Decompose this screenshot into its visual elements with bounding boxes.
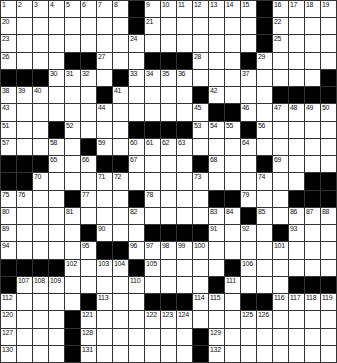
cell-r15c12[interactable]: 99 [177, 242, 192, 258]
cell-r19c12[interactable]: 124 [177, 311, 192, 327]
cell-r3c6[interactable] [81, 35, 96, 51]
cell-r17c18[interactable] [273, 277, 288, 293]
cell-r19c19[interactable] [289, 311, 304, 327]
cell-r14c16[interactable]: 92 [241, 225, 256, 241]
cell-r20c20[interactable] [305, 329, 320, 345]
cell-r15c15[interactable] [225, 242, 240, 258]
cell-r19c18[interactable] [273, 311, 288, 327]
cell-r11c4[interactable] [49, 173, 64, 189]
cell-r5c6[interactable]: 32 [81, 70, 96, 86]
cell-r21c7[interactable] [97, 346, 112, 362]
cell-r15c10[interactable]: 97 [145, 242, 160, 258]
cell-r19c17[interactable]: 126 [257, 311, 272, 327]
cell-r1c19[interactable]: 17 [289, 1, 304, 17]
cell-r3c9[interactable]: 24 [129, 35, 144, 51]
cell-r14c21[interactable] [321, 225, 336, 241]
cell-r7c16[interactable]: 46 [241, 104, 256, 120]
cell-r7c18[interactable]: 47 [273, 104, 288, 120]
cell-r6c10[interactable] [145, 87, 160, 103]
cell-r1c3[interactable]: 3 [33, 1, 48, 17]
cell-r9c13[interactable] [193, 139, 208, 155]
cell-r4c3[interactable] [33, 53, 48, 69]
cell-r5c19[interactable] [289, 70, 304, 86]
cell-r19c14[interactable] [209, 311, 224, 327]
cell-r11c14[interactable] [209, 173, 224, 189]
cell-r20c9[interactable] [129, 329, 144, 345]
cell-r2c12[interactable] [177, 18, 192, 34]
cell-r12c1[interactable]: 75 [1, 191, 16, 207]
cell-r9c9[interactable]: 60 [129, 139, 144, 155]
cell-r1c1[interactable]: 1 [1, 1, 16, 17]
cell-r6c14[interactable]: 42 [209, 87, 224, 103]
cell-r12c10[interactable]: 78 [145, 191, 160, 207]
cell-r11c13[interactable]: 73 [193, 173, 208, 189]
cell-r13c14[interactable]: 83 [209, 208, 224, 224]
cell-r9c8[interactable] [113, 139, 128, 155]
cell-r9c14[interactable] [209, 139, 224, 155]
cell-r20c12[interactable] [177, 329, 192, 345]
cell-r12c4[interactable] [49, 191, 64, 207]
cell-r7c17[interactable] [257, 104, 272, 120]
cell-r21c15[interactable] [225, 346, 240, 362]
cell-r16c17[interactable] [257, 260, 272, 276]
cell-r19c10[interactable]: 122 [145, 311, 160, 327]
cell-r15c4[interactable] [49, 242, 64, 258]
cell-r21c3[interactable] [33, 346, 48, 362]
cell-r2c10[interactable]: 21 [145, 18, 160, 34]
cell-r16c5[interactable]: 102 [65, 260, 80, 276]
cell-r20c18[interactable] [273, 329, 288, 345]
cell-r7c12[interactable] [177, 104, 192, 120]
cell-r20c17[interactable] [257, 329, 272, 345]
cell-r11c16[interactable] [241, 173, 256, 189]
cell-r8c2[interactable] [17, 122, 32, 138]
cell-r1c13[interactable]: 12 [193, 1, 208, 17]
cell-r13c20[interactable]: 87 [305, 208, 320, 224]
cell-r21c8[interactable] [113, 346, 128, 362]
cell-r20c11[interactable] [161, 329, 176, 345]
cell-r21c10[interactable] [145, 346, 160, 362]
cell-r2c6[interactable] [81, 18, 96, 34]
cell-r14c1[interactable]: 89 [1, 225, 16, 241]
cell-r4c15[interactable] [225, 53, 240, 69]
cell-r10c10[interactable] [145, 156, 160, 172]
cell-r21c19[interactable] [289, 346, 304, 362]
cell-r12c12[interactable] [177, 191, 192, 207]
cell-r18c4[interactable] [49, 294, 64, 310]
cell-r8c8[interactable] [113, 122, 128, 138]
cell-r18c8[interactable] [113, 294, 128, 310]
cell-r13c9[interactable]: 82 [129, 208, 144, 224]
cell-r3c4[interactable] [49, 35, 64, 51]
cell-r11c19[interactable] [289, 173, 304, 189]
cell-r8c1[interactable]: 51 [1, 122, 16, 138]
cell-r6c2[interactable]: 39 [17, 87, 32, 103]
cell-r20c7[interactable] [97, 329, 112, 345]
cell-r11c7[interactable]: 71 [97, 173, 112, 189]
cell-r18c13[interactable]: 114 [193, 294, 208, 310]
cell-r19c15[interactable] [225, 311, 240, 327]
cell-r17c8[interactable] [113, 277, 128, 293]
cell-r16c14[interactable] [209, 260, 224, 276]
cell-r10c6[interactable]: 66 [81, 156, 96, 172]
cell-r13c1[interactable]: 80 [1, 208, 16, 224]
cell-r13c5[interactable]: 81 [65, 208, 80, 224]
cell-r18c20[interactable]: 118 [305, 294, 320, 310]
cell-r15c18[interactable]: 101 [273, 242, 288, 258]
cell-r6c5[interactable] [65, 87, 80, 103]
cell-r19c16[interactable]: 125 [241, 311, 256, 327]
cell-r18c3[interactable] [33, 294, 48, 310]
cell-r6c15[interactable] [225, 87, 240, 103]
cell-r10c19[interactable] [289, 156, 304, 172]
cell-r15c3[interactable] [33, 242, 48, 258]
cell-r3c20[interactable] [305, 35, 320, 51]
cell-r1c11[interactable]: 10 [161, 1, 176, 17]
cell-r5c17[interactable] [257, 70, 272, 86]
cell-r2c19[interactable] [289, 18, 304, 34]
cell-r4c2[interactable] [17, 53, 32, 69]
cell-r1c16[interactable]: 15 [241, 1, 256, 17]
cell-r19c1[interactable]: 120 [1, 311, 16, 327]
cell-r2c5[interactable] [65, 18, 80, 34]
cell-r5c11[interactable]: 35 [161, 70, 176, 86]
cell-r15c16[interactable] [241, 242, 256, 258]
cell-r10c20[interactable] [305, 156, 320, 172]
cell-r16c18[interactable] [273, 260, 288, 276]
cell-r14c2[interactable] [17, 225, 32, 241]
cell-r13c3[interactable] [33, 208, 48, 224]
cell-r7c1[interactable]: 43 [1, 104, 16, 120]
cell-r11c3[interactable]: 70 [33, 173, 48, 189]
cell-r8c15[interactable]: 55 [225, 122, 240, 138]
cell-r14c3[interactable] [33, 225, 48, 241]
cell-r10c11[interactable] [161, 156, 176, 172]
cell-r3c11[interactable] [161, 35, 176, 51]
cell-r1c20[interactable]: 18 [305, 1, 320, 17]
cell-r2c18[interactable]: 22 [273, 18, 288, 34]
cell-r19c6[interactable]: 121 [81, 311, 96, 327]
cell-r15c1[interactable]: 94 [1, 242, 16, 258]
cell-r18c18[interactable]: 116 [273, 294, 288, 310]
cell-r16c8[interactable]: 104 [113, 260, 128, 276]
cell-r7c19[interactable]: 48 [289, 104, 304, 120]
cell-r11c5[interactable] [65, 173, 80, 189]
cell-r2c3[interactable] [33, 18, 48, 34]
cell-r3c13[interactable] [193, 35, 208, 51]
cell-r10c5[interactable] [65, 156, 80, 172]
cell-r6c6[interactable] [81, 87, 96, 103]
cell-r13c21[interactable]: 88 [321, 208, 336, 224]
cell-r2c16[interactable] [241, 18, 256, 34]
cell-r17c16[interactable] [241, 277, 256, 293]
cell-r10c14[interactable]: 68 [209, 156, 224, 172]
cell-r10c4[interactable]: 65 [49, 156, 64, 172]
cell-r15c5[interactable] [65, 242, 80, 258]
cell-r2c21[interactable] [321, 18, 336, 34]
cell-r16c6[interactable] [81, 260, 96, 276]
cell-r4c18[interactable] [273, 53, 288, 69]
cell-r12c18[interactable] [273, 191, 288, 207]
cell-r21c20[interactable] [305, 346, 320, 362]
cell-r13c8[interactable] [113, 208, 128, 224]
cell-r11c10[interactable] [145, 173, 160, 189]
cell-r1c15[interactable]: 14 [225, 1, 240, 17]
cell-r1c18[interactable]: 16 [273, 1, 288, 17]
cell-r5c18[interactable] [273, 70, 288, 86]
cell-r4c8[interactable] [113, 53, 128, 69]
cell-r2c7[interactable] [97, 18, 112, 34]
cell-r13c6[interactable] [81, 208, 96, 224]
cell-r1c10[interactable]: 9 [145, 1, 160, 17]
cell-r6c3[interactable]: 40 [33, 87, 48, 103]
cell-r7c10[interactable] [145, 104, 160, 120]
cell-r9c21[interactable] [321, 139, 336, 155]
cell-r21c16[interactable] [241, 346, 256, 362]
cell-r1c12[interactable]: 11 [177, 1, 192, 17]
cell-r7c11[interactable] [161, 104, 176, 120]
cell-r17c10[interactable] [145, 277, 160, 293]
cell-r18c1[interactable]: 112 [1, 294, 16, 310]
cell-r19c13[interactable] [193, 311, 208, 327]
cell-r5c20[interactable] [305, 70, 320, 86]
cell-r3c7[interactable] [97, 35, 112, 51]
cell-r6c17[interactable] [257, 87, 272, 103]
cell-r11c8[interactable]: 72 [113, 173, 128, 189]
cell-r19c20[interactable] [305, 311, 320, 327]
cell-r21c21[interactable] [321, 346, 336, 362]
cell-r17c4[interactable]: 109 [49, 277, 64, 293]
cell-r13c11[interactable] [161, 208, 176, 224]
cell-r13c19[interactable]: 86 [289, 208, 304, 224]
cell-r12c2[interactable]: 76 [17, 191, 32, 207]
cell-r4c17[interactable]: 29 [257, 53, 272, 69]
cell-r13c15[interactable]: 84 [225, 208, 240, 224]
cell-r6c8[interactable]: 41 [113, 87, 128, 103]
cell-r2c2[interactable] [17, 18, 32, 34]
cell-r14c14[interactable]: 91 [209, 225, 224, 241]
cell-r21c11[interactable] [161, 346, 176, 362]
cell-r3c18[interactable]: 25 [273, 35, 288, 51]
cell-r6c12[interactable] [177, 87, 192, 103]
cell-r19c21[interactable] [321, 311, 336, 327]
cell-r19c11[interactable]: 123 [161, 311, 176, 327]
cell-r2c11[interactable] [161, 18, 176, 34]
cell-r11c17[interactable]: 74 [257, 173, 272, 189]
cell-r9c7[interactable]: 59 [97, 139, 112, 155]
cell-r9c19[interactable] [289, 139, 304, 155]
cell-r3c19[interactable] [289, 35, 304, 51]
cell-r18c21[interactable]: 119 [321, 294, 336, 310]
cell-r17c7[interactable] [97, 277, 112, 293]
cell-r14c8[interactable] [113, 225, 128, 241]
cell-r20c1[interactable]: 127 [1, 329, 16, 345]
cell-r20c2[interactable] [17, 329, 32, 345]
cell-r13c2[interactable] [17, 208, 32, 224]
cell-r14c19[interactable]: 93 [289, 225, 304, 241]
cell-r6c1[interactable]: 38 [1, 87, 16, 103]
cell-r7c9[interactable] [129, 104, 144, 120]
cell-r13c12[interactable] [177, 208, 192, 224]
cell-r10c12[interactable] [177, 156, 192, 172]
cell-r18c19[interactable]: 117 [289, 294, 304, 310]
cell-r15c19[interactable] [289, 242, 304, 258]
cell-r4c7[interactable]: 27 [97, 53, 112, 69]
cell-r21c6[interactable]: 131 [81, 346, 96, 362]
cell-r16c20[interactable] [305, 260, 320, 276]
cell-r12c16[interactable]: 79 [241, 191, 256, 207]
cell-r17c5[interactable] [65, 277, 80, 293]
cell-r9c15[interactable] [225, 139, 240, 155]
cell-r6c11[interactable] [161, 87, 176, 103]
cell-r4c14[interactable] [209, 53, 224, 69]
cell-r9c1[interactable]: 57 [1, 139, 16, 155]
cell-r15c2[interactable] [17, 242, 32, 258]
cell-r9c2[interactable] [17, 139, 32, 155]
cell-r14c4[interactable] [49, 225, 64, 241]
cell-r16c16[interactable]: 106 [241, 260, 256, 276]
cell-r10c21[interactable] [321, 156, 336, 172]
cell-r5c10[interactable]: 34 [145, 70, 160, 86]
cell-r13c17[interactable]: 85 [257, 208, 272, 224]
cell-r7c20[interactable]: 49 [305, 104, 320, 120]
cell-r12c3[interactable] [33, 191, 48, 207]
cell-r1c8[interactable]: 8 [113, 1, 128, 17]
cell-r21c9[interactable] [129, 346, 144, 362]
cell-r8c17[interactable]: 56 [257, 122, 272, 138]
cell-r11c9[interactable] [129, 173, 144, 189]
cell-r5c7[interactable] [97, 70, 112, 86]
cell-r4c20[interactable] [305, 53, 320, 69]
cell-r21c4[interactable] [49, 346, 64, 362]
cell-r19c4[interactable] [49, 311, 64, 327]
cell-r15c21[interactable] [321, 242, 336, 258]
cell-r20c6[interactable]: 128 [81, 329, 96, 345]
cell-r15c9[interactable]: 96 [129, 242, 144, 258]
cell-r16c19[interactable] [289, 260, 304, 276]
cell-r14c17[interactable] [257, 225, 272, 241]
cell-r8c7[interactable] [97, 122, 112, 138]
cell-r14c9[interactable] [129, 225, 144, 241]
cell-r1c14[interactable]: 13 [209, 1, 224, 17]
cell-r13c13[interactable] [193, 208, 208, 224]
cell-r7c4[interactable] [49, 104, 64, 120]
cell-r9c17[interactable] [257, 139, 272, 155]
cell-r5c13[interactable] [193, 70, 208, 86]
cell-r18c9[interactable] [129, 294, 144, 310]
cell-r1c5[interactable]: 5 [65, 1, 80, 17]
cell-r5c14[interactable] [209, 70, 224, 86]
cell-r14c20[interactable] [305, 225, 320, 241]
cell-r8c18[interactable] [273, 122, 288, 138]
cell-r10c9[interactable]: 67 [129, 156, 144, 172]
cell-r14c7[interactable]: 90 [97, 225, 112, 241]
cell-r3c10[interactable] [145, 35, 160, 51]
cell-r13c18[interactable] [273, 208, 288, 224]
cell-r2c15[interactable] [225, 18, 240, 34]
cell-r19c2[interactable] [17, 311, 32, 327]
cell-r6c9[interactable] [129, 87, 144, 103]
cell-r17c13[interactable] [193, 277, 208, 293]
cell-r4c19[interactable] [289, 53, 304, 69]
cell-r4c1[interactable]: 26 [1, 53, 16, 69]
cell-r3c3[interactable] [33, 35, 48, 51]
cell-r21c2[interactable] [17, 346, 32, 362]
cell-r21c12[interactable] [177, 346, 192, 362]
cell-r8c6[interactable] [81, 122, 96, 138]
cell-r20c14[interactable]: 129 [209, 329, 224, 345]
cell-r9c3[interactable] [33, 139, 48, 155]
cell-r11c15[interactable] [225, 173, 240, 189]
cell-r2c13[interactable] [193, 18, 208, 34]
cell-r11c6[interactable] [81, 173, 96, 189]
cell-r5c4[interactable]: 30 [49, 70, 64, 86]
cell-r4c9[interactable] [129, 53, 144, 69]
cell-r20c16[interactable] [241, 329, 256, 345]
cell-r21c14[interactable]: 132 [209, 346, 224, 362]
cell-r20c21[interactable] [321, 329, 336, 345]
cell-r7c8[interactable] [113, 104, 128, 120]
cell-r3c8[interactable] [113, 35, 128, 51]
cell-r17c2[interactable]: 107 [17, 277, 32, 293]
cell-r20c4[interactable] [49, 329, 64, 345]
cell-r18c15[interactable] [225, 294, 240, 310]
cell-r17c15[interactable]: 111 [225, 277, 240, 293]
cell-r15c17[interactable] [257, 242, 272, 258]
cell-r16c10[interactable]: 105 [145, 260, 160, 276]
cell-r7c21[interactable]: 50 [321, 104, 336, 120]
cell-r15c14[interactable] [209, 242, 224, 258]
cell-r7c3[interactable] [33, 104, 48, 120]
cell-r16c11[interactable] [161, 260, 176, 276]
cell-r4c4[interactable] [49, 53, 64, 69]
cell-r7c13[interactable]: 45 [193, 104, 208, 120]
cell-r3c2[interactable] [17, 35, 32, 51]
cell-r17c12[interactable] [177, 277, 192, 293]
cell-r20c3[interactable] [33, 329, 48, 345]
cell-r19c9[interactable] [129, 311, 144, 327]
cell-r9c5[interactable] [65, 139, 80, 155]
cell-r3c5[interactable] [65, 35, 80, 51]
cell-r3c14[interactable] [209, 35, 224, 51]
cell-r15c20[interactable] [305, 242, 320, 258]
cell-r18c14[interactable]: 115 [209, 294, 224, 310]
cell-r5c5[interactable]: 31 [65, 70, 80, 86]
cell-r9c10[interactable]: 61 [145, 139, 160, 155]
cell-r1c21[interactable]: 19 [321, 1, 336, 17]
cell-r9c12[interactable]: 63 [177, 139, 192, 155]
cell-r17c9[interactable]: 110 [129, 277, 144, 293]
cell-r8c20[interactable] [305, 122, 320, 138]
cell-r12c13[interactable] [193, 191, 208, 207]
cell-r12c8[interactable] [113, 191, 128, 207]
cell-r4c21[interactable] [321, 53, 336, 69]
cell-r3c16[interactable] [241, 35, 256, 51]
cell-r20c8[interactable] [113, 329, 128, 345]
cell-r16c21[interactable] [321, 260, 336, 276]
cell-r11c12[interactable] [177, 173, 192, 189]
cell-r21c17[interactable] [257, 346, 272, 362]
cell-r8c21[interactable] [321, 122, 336, 138]
cell-r17c3[interactable]: 108 [33, 277, 48, 293]
cell-r13c4[interactable] [49, 208, 64, 224]
cell-r12c17[interactable] [257, 191, 272, 207]
cell-r18c2[interactable] [17, 294, 32, 310]
cell-r12c7[interactable] [97, 191, 112, 207]
cell-r17c6[interactable] [81, 277, 96, 293]
cell-r2c8[interactable] [113, 18, 128, 34]
cell-r5c16[interactable]: 37 [241, 70, 256, 86]
